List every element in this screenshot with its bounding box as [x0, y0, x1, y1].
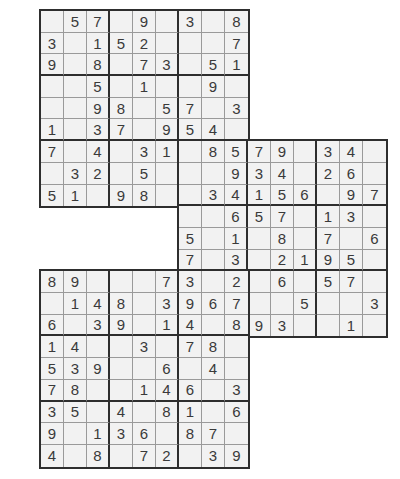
cell-b-r4c6[interactable] — [294, 206, 317, 228]
cell-a-r8c3: 2 — [87, 163, 110, 185]
cell-c-r1c8[interactable] — [202, 271, 225, 293]
cell-c-r6c9: 3 — [225, 380, 248, 402]
cell-c-r6c6: 4 — [156, 380, 179, 402]
cell-b-r3c7[interactable] — [317, 185, 340, 207]
cell-a-r3c1: 9 — [41, 54, 64, 76]
cell-b-r1c2: 8 — [202, 141, 225, 163]
cell-a-r3c3: 8 — [87, 54, 110, 76]
cell-a-r5c9: 3 — [225, 98, 248, 120]
cell-a-r4c4[interactable] — [110, 76, 133, 98]
cell-c-r1c3[interactable] — [87, 271, 110, 293]
cell-c-r8c2[interactable] — [64, 423, 87, 445]
cell-b-r6c8: 5 — [340, 250, 363, 272]
cell-b-r1c4: 7 — [248, 141, 271, 163]
cell-a-r9c3[interactable] — [87, 185, 110, 207]
cell-a-r9c2: 1 — [64, 185, 87, 207]
cell-c-r2c8: 6 — [202, 293, 225, 315]
cell-b-r2c9[interactable] — [363, 163, 386, 185]
cell-b-r6c3: 3 — [225, 250, 248, 272]
cell-c-r3c6: 1 — [156, 315, 179, 337]
cell-a-r5c4: 8 — [110, 98, 133, 120]
cell-c-r3c2[interactable] — [64, 315, 87, 337]
cell-a-r4c9[interactable] — [225, 76, 248, 98]
cell-c-r6c5: 1 — [133, 380, 156, 402]
cell-a-r5c3: 9 — [87, 98, 110, 120]
cell-c-r5c6: 6 — [156, 358, 179, 380]
cell-c-r1c6: 7 — [156, 271, 179, 293]
cell-c-r6c3[interactable] — [87, 380, 110, 402]
cell-b-r7c9[interactable] — [363, 271, 386, 293]
cell-c-r4c9[interactable] — [225, 336, 248, 358]
cell-c-r4c4[interactable] — [110, 336, 133, 358]
cell-b-r9c8: 1 — [340, 315, 363, 337]
cell-a-r1c1[interactable] — [41, 11, 64, 33]
sudoku-grid-bottom-left: 8973214839676391481437853964781463354816… — [39, 269, 250, 468]
cell-b-r1c1[interactable] — [179, 141, 202, 163]
cell-a-r2c2[interactable] — [64, 33, 87, 55]
cell-a-r1c9: 8 — [225, 11, 248, 33]
cell-b-r3c8: 9 — [340, 185, 363, 207]
cell-c-r6c1: 7 — [41, 380, 64, 402]
cell-a-r1c7: 3 — [179, 11, 202, 33]
cell-b-r4c3: 6 — [225, 206, 248, 228]
cell-b-r2c8: 6 — [340, 163, 363, 185]
cell-c-r9c3: 8 — [87, 445, 110, 467]
cell-c-r3c5[interactable] — [133, 315, 156, 337]
cell-a-r2c9: 7 — [225, 33, 248, 55]
cell-b-r7c6[interactable] — [294, 271, 317, 293]
cell-b-r6c7: 9 — [317, 250, 340, 272]
cell-a-r3c2[interactable] — [64, 54, 87, 76]
cell-a-r6c2[interactable] — [64, 119, 87, 141]
cell-c-r7c8[interactable] — [202, 402, 225, 424]
cell-c-r1c4[interactable] — [110, 271, 133, 293]
cell-c-r3c8[interactable] — [202, 315, 225, 337]
cell-b-r5c9: 6 — [363, 228, 386, 250]
cell-b-r4c9[interactable] — [363, 206, 386, 228]
cell-a-r9c6[interactable] — [156, 185, 179, 207]
cell-c-r9c2[interactable] — [64, 445, 87, 467]
cell-b-r5c1: 5 — [179, 228, 202, 250]
cell-a-r5c6: 5 — [156, 98, 179, 120]
cell-c-r4c2: 4 — [64, 336, 87, 358]
cell-c-r7c4: 4 — [110, 402, 133, 424]
cell-c-r7c9: 6 — [225, 402, 248, 424]
cell-a-r7c4[interactable] — [110, 141, 133, 163]
cell-b-r1c6[interactable] — [294, 141, 317, 163]
cell-c-r1c1: 8 — [41, 271, 64, 293]
cell-c-r5c1: 5 — [41, 358, 64, 380]
cell-c-r4c5: 3 — [133, 336, 156, 358]
cell-a-r8c4[interactable] — [110, 163, 133, 185]
cell-c-r8c3: 1 — [87, 423, 110, 445]
cell-b-r9c9[interactable] — [363, 315, 386, 337]
cell-c-r9c5: 7 — [133, 445, 156, 467]
cell-b-r3c6: 6 — [294, 185, 317, 207]
cell-b-r5c8[interactable] — [340, 228, 363, 250]
cell-a-r9c1: 5 — [41, 185, 64, 207]
cell-c-r4c7: 7 — [179, 336, 202, 358]
cell-b-r3c2: 3 — [202, 185, 225, 207]
cell-b-r6c2[interactable] — [202, 250, 225, 272]
cell-c-r4c3[interactable] — [87, 336, 110, 358]
cell-b-r5c2[interactable] — [202, 228, 225, 250]
cell-c-r7c2: 5 — [64, 402, 87, 424]
cell-a-r4c3: 5 — [87, 76, 110, 98]
cell-b-r6c4[interactable] — [248, 250, 271, 272]
cell-a-r5c2[interactable] — [64, 98, 87, 120]
cell-c-r7c3[interactable] — [87, 402, 110, 424]
cell-b-r8c9: 3 — [363, 293, 386, 315]
cell-b-r1c3: 5 — [225, 141, 248, 163]
cell-c-r6c8[interactable] — [202, 380, 225, 402]
cell-b-r3c1[interactable] — [179, 185, 202, 207]
cell-b-r6c6: 1 — [294, 250, 317, 272]
cell-c-r6c2: 8 — [64, 380, 87, 402]
cell-b-r2c1[interactable] — [179, 163, 202, 185]
cell-a-r1c4[interactable] — [110, 11, 133, 33]
cell-b-r5c6[interactable] — [294, 228, 317, 250]
cell-b-r2c3: 9 — [225, 163, 248, 185]
cell-a-r4c5: 1 — [133, 76, 156, 98]
cell-c-r2c4: 8 — [110, 293, 133, 315]
cell-a-r2c3: 1 — [87, 33, 110, 55]
cell-c-r6c4[interactable] — [110, 380, 133, 402]
cell-c-r2c7: 9 — [179, 293, 202, 315]
cell-a-r5c5[interactable] — [133, 98, 156, 120]
cell-a-r5c8[interactable] — [202, 98, 225, 120]
cell-c-r2c1[interactable] — [41, 293, 64, 315]
cell-c-r1c2: 9 — [64, 271, 87, 293]
cell-c-r9c4[interactable] — [110, 445, 133, 467]
cell-c-r5c8: 4 — [202, 358, 225, 380]
cell-b-r5c4[interactable] — [248, 228, 271, 250]
cell-b-r3c9: 7 — [363, 185, 386, 207]
cell-c-r9c6: 2 — [156, 445, 179, 467]
cell-b-r1c8: 4 — [340, 141, 363, 163]
cell-a-r4c7[interactable] — [179, 76, 202, 98]
cell-b-r9c4: 9 — [248, 315, 271, 337]
cell-a-r6c7: 5 — [179, 119, 202, 141]
cell-a-r3c9: 1 — [225, 54, 248, 76]
cell-c-r8c4: 3 — [110, 423, 133, 445]
cell-c-r8c9[interactable] — [225, 423, 248, 445]
cell-b-r2c7: 2 — [317, 163, 340, 185]
cell-c-r8c6[interactable] — [156, 423, 179, 445]
cell-b-r2c5: 4 — [271, 163, 294, 185]
cell-a-r1c6[interactable] — [156, 11, 179, 33]
cell-c-r2c9: 7 — [225, 293, 248, 315]
cell-b-r2c4: 3 — [248, 163, 271, 185]
cell-a-r4c6[interactable] — [156, 76, 179, 98]
cell-c-r2c2: 1 — [64, 293, 87, 315]
cell-a-r8c1[interactable] — [41, 163, 64, 185]
cell-c-r8c1: 9 — [41, 423, 64, 445]
cell-c-r5c7[interactable] — [179, 358, 202, 380]
cell-b-r3c5: 5 — [271, 185, 294, 207]
cell-a-r4c8: 9 — [202, 76, 225, 98]
cell-b-r4c8: 3 — [340, 206, 363, 228]
cell-c-r3c4: 9 — [110, 315, 133, 337]
cell-a-r2c1: 3 — [41, 33, 64, 55]
cell-b-r4c7: 1 — [317, 206, 340, 228]
cell-b-r2c6[interactable] — [294, 163, 317, 185]
cell-c-r3c9: 8 — [225, 315, 248, 337]
cell-c-r2c5[interactable] — [133, 293, 156, 315]
cell-c-r8c5: 6 — [133, 423, 156, 445]
cell-b-r6c5: 2 — [271, 250, 294, 272]
cell-c-r9c8: 3 — [202, 445, 225, 467]
cell-b-r4c1[interactable] — [179, 206, 202, 228]
cell-c-r5c3: 9 — [87, 358, 110, 380]
cell-c-r3c1: 6 — [41, 315, 64, 337]
cell-b-r6c1: 7 — [179, 250, 202, 272]
cell-a-r6c5[interactable] — [133, 119, 156, 141]
cell-c-r7c5[interactable] — [133, 402, 156, 424]
cell-a-r4c1[interactable] — [41, 76, 64, 98]
puzzle-canvas: 5793831527987351519985731379547431853259… — [0, 0, 400, 479]
cell-b-r4c5: 7 — [271, 206, 294, 228]
cell-b-r7c7: 5 — [317, 271, 340, 293]
cell-b-r3c3: 4 — [225, 185, 248, 207]
cell-b-r8c5[interactable] — [271, 293, 294, 315]
cell-c-r3c7: 4 — [179, 315, 202, 337]
cell-b-r7c4[interactable] — [248, 271, 271, 293]
cell-c-r9c1: 4 — [41, 445, 64, 467]
cell-a-r2c4: 5 — [110, 33, 133, 55]
cell-a-r8c6[interactable] — [156, 163, 179, 185]
cell-a-r1c5: 9 — [133, 11, 156, 33]
cell-a-r2c5: 2 — [133, 33, 156, 55]
cell-a-r7c5: 3 — [133, 141, 156, 163]
cell-c-r8c7: 8 — [179, 423, 202, 445]
cell-a-r6c9[interactable] — [225, 119, 248, 141]
cell-a-r4c2[interactable] — [64, 76, 87, 98]
cell-c-r7c7: 1 — [179, 402, 202, 424]
cell-b-r8c6: 5 — [294, 293, 317, 315]
cell-c-r5c5[interactable] — [133, 358, 156, 380]
cell-a-r3c8: 5 — [202, 54, 225, 76]
cell-a-r7c3: 4 — [87, 141, 110, 163]
cell-a-r7c1: 7 — [41, 141, 64, 163]
cell-c-r7c1: 3 — [41, 402, 64, 424]
cell-a-r1c2: 5 — [64, 11, 87, 33]
cell-c-r7c6: 8 — [156, 402, 179, 424]
cell-a-r3c7[interactable] — [179, 54, 202, 76]
cell-c-r1c9: 2 — [225, 271, 248, 293]
cell-c-r3c3: 3 — [87, 315, 110, 337]
cell-a-r2c6[interactable] — [156, 33, 179, 55]
cell-a-r2c8[interactable] — [202, 33, 225, 55]
cell-c-r5c9[interactable] — [225, 358, 248, 380]
cell-a-r1c8[interactable] — [202, 11, 225, 33]
cell-b-r1c9[interactable] — [363, 141, 386, 163]
cell-c-r4c6[interactable] — [156, 336, 179, 358]
cell-b-r1c5: 9 — [271, 141, 294, 163]
cell-a-r3c5: 7 — [133, 54, 156, 76]
cell-a-r2c7[interactable] — [179, 33, 202, 55]
cell-a-r8c2: 3 — [64, 163, 87, 185]
cell-b-r2c2[interactable] — [202, 163, 225, 185]
cell-a-r6c1: 1 — [41, 119, 64, 141]
cell-b-r5c5: 8 — [271, 228, 294, 250]
cell-c-r2c6: 3 — [156, 293, 179, 315]
cell-a-r3c6: 3 — [156, 54, 179, 76]
cell-c-r4c1: 1 — [41, 336, 64, 358]
cell-c-r1c5[interactable] — [133, 271, 156, 293]
cell-a-r9c5: 8 — [133, 185, 156, 207]
cell-c-r4c8: 8 — [202, 336, 225, 358]
cell-b-r5c7: 7 — [317, 228, 340, 250]
cell-b-r4c2[interactable] — [202, 206, 225, 228]
cell-a-r8c5: 5 — [133, 163, 156, 185]
cell-b-r7c8: 7 — [340, 271, 363, 293]
cell-b-r8c8[interactable] — [340, 293, 363, 315]
cell-b-r3c4: 1 — [248, 185, 271, 207]
cell-b-r1c7: 3 — [317, 141, 340, 163]
cell-c-r2c3: 4 — [87, 293, 110, 315]
cell-b-r9c6[interactable] — [294, 315, 317, 337]
cell-b-r9c7[interactable] — [317, 315, 340, 337]
cell-b-r4c4: 5 — [248, 206, 271, 228]
cell-c-r8c8: 7 — [202, 423, 225, 445]
cell-c-r9c9: 9 — [225, 445, 248, 467]
cell-b-r7c5: 6 — [271, 271, 294, 293]
cell-b-r6c9[interactable] — [363, 250, 386, 272]
cell-a-r6c8: 4 — [202, 119, 225, 141]
cell-b-r8c4[interactable] — [248, 293, 271, 315]
cell-c-r5c2: 3 — [64, 358, 87, 380]
cell-c-r1c7: 3 — [179, 271, 202, 293]
cell-b-r5c3: 1 — [225, 228, 248, 250]
cell-a-r1c3: 7 — [87, 11, 110, 33]
cell-a-r5c7: 7 — [179, 98, 202, 120]
cell-b-r8c7[interactable] — [317, 293, 340, 315]
cell-c-r6c7: 6 — [179, 380, 202, 402]
cell-a-r7c2[interactable] — [64, 141, 87, 163]
cell-a-r6c6: 9 — [156, 119, 179, 141]
cell-a-r5c1[interactable] — [41, 98, 64, 120]
cell-a-r9c4: 9 — [110, 185, 133, 207]
cell-a-r3c4[interactable] — [110, 54, 133, 76]
cell-c-r5c4[interactable] — [110, 358, 133, 380]
cell-c-r9c7[interactable] — [179, 445, 202, 467]
cell-a-r7c6: 1 — [156, 141, 179, 163]
cell-a-r6c4: 7 — [110, 119, 133, 141]
cell-a-r6c3: 3 — [87, 119, 110, 141]
cell-b-r9c5: 3 — [271, 315, 294, 337]
